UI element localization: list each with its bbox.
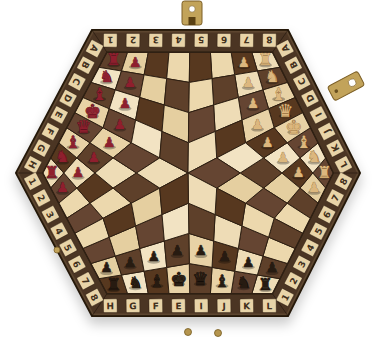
piece-glyph: ♞ bbox=[237, 273, 251, 292]
white-pawn[interactable]: ♟ bbox=[308, 179, 321, 195]
piece-glyph: ♟ bbox=[114, 116, 126, 132]
piece-glyph: ♟ bbox=[293, 164, 305, 180]
board-svg: HGFEDCBA12345678ABCDIJKL87654321LKJIEFGH… bbox=[0, 0, 376, 345]
black-knight[interactable]: ♞ bbox=[128, 273, 142, 292]
coordinate-label-text: J bbox=[221, 301, 225, 311]
piece-glyph: ♟ bbox=[119, 95, 131, 111]
brass-hinge-bottom-right bbox=[215, 330, 222, 337]
black-pawn[interactable]: ♟ bbox=[147, 248, 160, 264]
coordinate-label-text: 1 bbox=[107, 35, 113, 45]
black-pawn[interactable]: ♟ bbox=[218, 248, 231, 264]
coordinate-label: L bbox=[263, 299, 277, 313]
cell[interactable] bbox=[210, 52, 234, 78]
brass-clasp-top[interactable] bbox=[182, 1, 202, 25]
red-pawn[interactable]: ♟ bbox=[118, 95, 131, 111]
piece-glyph: ♟ bbox=[308, 179, 320, 195]
coordinate-label-text: 7 bbox=[244, 35, 250, 45]
red-pawn[interactable]: ♟ bbox=[87, 149, 100, 165]
coordinate-label: 4 bbox=[172, 33, 186, 47]
piece-glyph: ♟ bbox=[103, 134, 115, 150]
piece-glyph: ♟ bbox=[148, 248, 160, 264]
brass-latch-right[interactable] bbox=[327, 71, 365, 101]
coordinate-label-text: 8 bbox=[266, 35, 272, 45]
piece-glyph: ♟ bbox=[56, 179, 68, 195]
coordinate-label-text: F bbox=[153, 301, 159, 311]
red-pawn[interactable]: ♟ bbox=[129, 54, 142, 70]
brass-pin-left bbox=[54, 247, 60, 253]
coordinate-label-text: E bbox=[175, 301, 181, 311]
red-pawn[interactable]: ♟ bbox=[124, 74, 137, 90]
piece-glyph: ♚ bbox=[170, 268, 187, 290]
cell[interactable] bbox=[167, 52, 190, 82]
cell[interactable] bbox=[189, 52, 212, 82]
piece-glyph: ♝ bbox=[214, 271, 229, 291]
black-rook[interactable]: ♜ bbox=[258, 275, 272, 294]
coordinate-label-text: K bbox=[243, 301, 251, 311]
piece-glyph: ♞ bbox=[128, 273, 142, 292]
black-bishop[interactable]: ♝ bbox=[214, 271, 229, 291]
coordinate-label: 6 bbox=[217, 33, 231, 47]
white-pawn[interactable]: ♟ bbox=[246, 95, 259, 111]
piece-glyph: ♟ bbox=[262, 134, 274, 150]
black-pawn[interactable]: ♟ bbox=[171, 242, 184, 258]
product-photo: HGFEDCBA12345678ABCDIJKL87654321LKJIEFGH… bbox=[0, 0, 376, 345]
coordinate-label: 3 bbox=[149, 33, 163, 47]
coordinate-label: F bbox=[149, 299, 163, 313]
piece-glyph: ♟ bbox=[124, 254, 136, 270]
coordinate-label: 7 bbox=[240, 33, 254, 47]
piece-glyph: ♟ bbox=[251, 116, 263, 132]
black-pawn[interactable]: ♟ bbox=[124, 254, 137, 270]
red-pawn[interactable]: ♟ bbox=[56, 179, 69, 195]
piece-glyph: ♟ bbox=[88, 149, 100, 165]
piece-glyph: ♟ bbox=[219, 248, 231, 264]
coordinate-label-text: 3 bbox=[153, 35, 159, 45]
coordinate-label: 8 bbox=[263, 33, 277, 47]
piece-glyph: ♜ bbox=[107, 275, 121, 294]
clasp-notch bbox=[189, 17, 196, 25]
black-knight[interactable]: ♞ bbox=[237, 273, 251, 292]
piece-glyph: ♟ bbox=[238, 54, 250, 70]
coordinate-label-text: H bbox=[106, 301, 114, 311]
brass-hinge-bottom-left bbox=[185, 329, 192, 336]
black-pawn[interactable]: ♟ bbox=[100, 259, 113, 275]
coordinate-label: K bbox=[240, 299, 254, 313]
coordinate-label-text: 5 bbox=[198, 35, 204, 45]
black-rook[interactable]: ♜ bbox=[107, 275, 121, 294]
coordinate-label-text: G bbox=[129, 301, 137, 311]
black-pawn[interactable]: ♟ bbox=[242, 254, 255, 270]
piece-glyph: ♟ bbox=[247, 95, 259, 111]
coordinate-label-text: I bbox=[199, 301, 202, 311]
white-pawn[interactable]: ♟ bbox=[292, 164, 305, 180]
piece-glyph: ♛ bbox=[192, 268, 208, 289]
white-pawn[interactable]: ♟ bbox=[242, 74, 255, 90]
coordinate-label-text: 6 bbox=[221, 35, 227, 45]
coordinate-label-text: 2 bbox=[130, 35, 136, 45]
black-king[interactable]: ♚ bbox=[170, 268, 187, 290]
red-pawn[interactable]: ♟ bbox=[72, 164, 85, 180]
coordinate-label-text: L bbox=[266, 301, 272, 311]
coordinate-label: J bbox=[217, 299, 231, 313]
piece-glyph: ♟ bbox=[171, 242, 183, 258]
black-queen[interactable]: ♛ bbox=[192, 268, 208, 289]
piece-glyph: ♜ bbox=[258, 275, 272, 294]
piece-glyph: ♟ bbox=[72, 164, 84, 180]
clasp-hole bbox=[189, 6, 195, 12]
piece-glyph: ♟ bbox=[195, 242, 207, 258]
white-pawn[interactable]: ♟ bbox=[261, 134, 274, 150]
white-pawn[interactable]: ♟ bbox=[277, 149, 290, 165]
black-bishop[interactable]: ♝ bbox=[149, 271, 164, 291]
piece-glyph: ♟ bbox=[124, 74, 136, 90]
black-pawn[interactable]: ♟ bbox=[266, 259, 279, 275]
coordinate-label: 5 bbox=[194, 33, 208, 47]
red-pawn[interactable]: ♟ bbox=[113, 116, 126, 132]
piece-glyph: ♟ bbox=[242, 74, 254, 90]
piece-glyph: ♟ bbox=[129, 54, 141, 70]
piece-glyph: ♟ bbox=[101, 259, 113, 275]
coordinate-label: I bbox=[194, 299, 208, 313]
coordinate-label: 1 bbox=[103, 33, 117, 47]
coordinate-label: H bbox=[103, 299, 117, 313]
black-pawn[interactable]: ♟ bbox=[194, 242, 207, 258]
coordinate-label-text: 4 bbox=[175, 35, 181, 45]
red-pawn[interactable]: ♟ bbox=[103, 134, 116, 150]
white-pawn[interactable]: ♟ bbox=[251, 116, 264, 132]
coordinate-label: G bbox=[126, 299, 140, 313]
cell[interactable] bbox=[144, 52, 169, 78]
piece-glyph: ♝ bbox=[149, 271, 164, 291]
coordinate-label: 2 bbox=[126, 33, 140, 47]
piece-glyph: ♟ bbox=[242, 254, 254, 270]
piece-glyph: ♟ bbox=[266, 259, 278, 275]
white-pawn[interactable]: ♟ bbox=[237, 54, 250, 70]
coordinate-label: E bbox=[172, 299, 186, 313]
piece-glyph: ♟ bbox=[277, 149, 289, 165]
